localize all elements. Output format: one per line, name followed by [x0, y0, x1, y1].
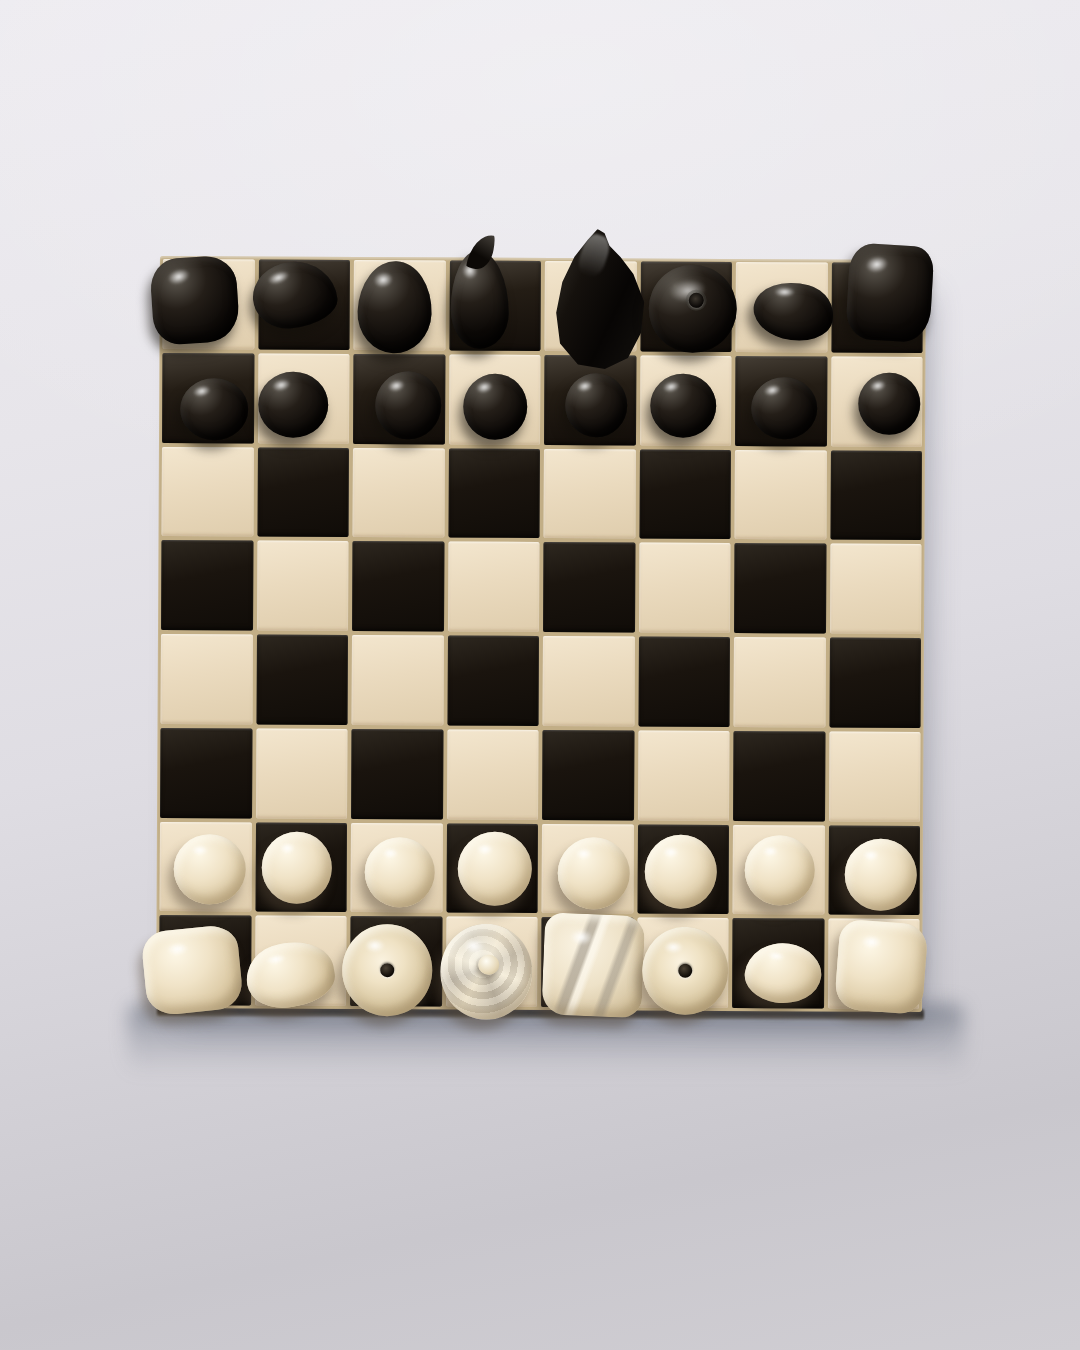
black-knight-b8[interactable] [249, 257, 339, 331]
white-pawn-f2[interactable] [644, 835, 716, 909]
black-king-e8[interactable] [550, 229, 651, 370]
white-rook-h1[interactable] [834, 919, 929, 1015]
white-bishop-c1[interactable] [341, 924, 431, 1016]
white-bishop-f1[interactable] [642, 927, 728, 1015]
white-queen-d1[interactable] [439, 924, 532, 1020]
white-pawn-h2[interactable] [844, 839, 916, 911]
white-pawn-a2[interactable] [173, 834, 245, 904]
white-king-e1[interactable] [541, 913, 645, 1019]
black-bishop-c8[interactable] [355, 259, 433, 354]
white-pawn-g2[interactable] [744, 835, 814, 905]
black-queen-d8[interactable] [450, 250, 509, 348]
white-rook-a1[interactable] [140, 924, 244, 1017]
white-pawn-e2[interactable] [557, 837, 629, 909]
black-knight-g8[interactable] [747, 273, 839, 349]
black-pawn-b7[interactable] [258, 371, 328, 437]
black-pawn-c7[interactable] [375, 371, 441, 439]
black-pawn-h7[interactable] [858, 373, 920, 435]
black-pawn-d7[interactable] [463, 373, 527, 439]
black-pawn-f7[interactable] [650, 373, 716, 437]
pieces-layer [159, 259, 923, 1009]
white-knight-g1[interactable] [741, 938, 825, 1008]
white-knight-b1[interactable] [241, 936, 339, 1014]
black-rook-a8[interactable] [149, 254, 240, 345]
chess-board [156, 256, 926, 1012]
black-pawn-g7[interactable] [751, 377, 817, 439]
wall-backdrop [0, 0, 1080, 1350]
black-pawn-a7[interactable] [180, 378, 248, 440]
white-pawn-d2[interactable] [457, 832, 531, 906]
black-pawn-e7[interactable] [565, 373, 627, 437]
white-pawn-b2[interactable] [261, 832, 331, 904]
white-pawn-c2[interactable] [364, 837, 434, 907]
black-bishop-f8[interactable] [648, 264, 736, 352]
black-rook-h8[interactable] [845, 242, 934, 343]
